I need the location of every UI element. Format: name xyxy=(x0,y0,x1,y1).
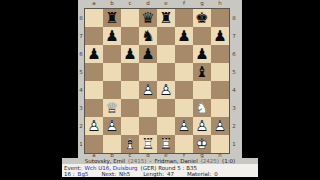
piece-outline: ♙ xyxy=(157,81,175,99)
piece-outline: ♙ xyxy=(85,117,103,135)
file-label-top-c: c xyxy=(121,1,139,7)
file-label-top-e: e xyxy=(157,1,175,7)
rank-label-right-2: 2 xyxy=(231,117,237,135)
info-panel: Sutovsky, Emil (2415) - Fridman, Daniel … xyxy=(62,158,258,177)
square-g7[interactable] xyxy=(193,27,211,45)
square-h8[interactable] xyxy=(211,9,229,27)
piece-outline: ♙ xyxy=(175,117,193,135)
square-a8[interactable] xyxy=(85,9,103,27)
file-label-top-g: g xyxy=(193,1,211,7)
white-player-name: Sutovsky, Emil xyxy=(85,158,125,164)
piece-outline: ♕ xyxy=(103,99,121,117)
piece-black-queen-d8[interactable]: ♛ xyxy=(139,9,157,27)
square-c4[interactable] xyxy=(121,81,139,99)
game-result: (1:0) xyxy=(222,158,235,164)
length-value: 47 xyxy=(167,171,174,177)
piece-outline: ♖ xyxy=(139,135,157,153)
piece-black-pawn-f7[interactable]: ♟ xyxy=(175,27,193,45)
square-c2[interactable] xyxy=(121,117,139,135)
piece-white-bishop-c1[interactable]: ♝♗ xyxy=(121,135,139,153)
square-f5[interactable] xyxy=(175,63,193,81)
rank-label-right-5: 5 xyxy=(231,63,237,81)
file-labels-top: abcdefgh xyxy=(85,1,229,7)
piece-white-pawn-h2[interactable]: ♟♙ xyxy=(211,117,229,135)
square-b1[interactable] xyxy=(103,135,121,153)
piece-white-pawn-f2[interactable]: ♟♙ xyxy=(175,117,193,135)
square-f4[interactable] xyxy=(175,81,193,99)
material-value: 0 xyxy=(214,171,218,177)
piece-black-rook-e8[interactable]: ♜ xyxy=(157,9,175,27)
square-g4[interactable] xyxy=(193,81,211,99)
piece-white-pawn-a2[interactable]: ♟♙ xyxy=(85,117,103,135)
piece-black-pawn-g6[interactable]: ♟ xyxy=(193,45,211,63)
rank-labels-right: 87654321 xyxy=(231,9,237,153)
piece-outline: ♙ xyxy=(193,117,211,135)
piece-outline: ♙ xyxy=(139,81,157,99)
piece-black-king-g8[interactable]: ♚ xyxy=(193,9,211,27)
piece-white-knight-g3[interactable]: ♞♘ xyxy=(193,99,211,117)
rank-label-right-6: 6 xyxy=(231,45,237,63)
square-d5[interactable] xyxy=(139,63,157,81)
video-frame: abcdefgh abcdefgh 87654321 87654321 ♜♛♜♚… xyxy=(0,0,320,180)
file-label-top-a: a xyxy=(85,1,103,7)
rank-label-right-3: 3 xyxy=(231,99,237,117)
square-a4[interactable] xyxy=(85,81,103,99)
square-c8[interactable] xyxy=(121,9,139,27)
square-h4[interactable] xyxy=(211,81,229,99)
file-label-top-d: d xyxy=(139,1,157,7)
black-player-elo: (2425) xyxy=(201,158,219,164)
piece-white-pawn-g2[interactable]: ♟♙ xyxy=(193,117,211,135)
piece-white-queen-b3[interactable]: ♛♕ xyxy=(103,99,121,117)
piece-white-rook-e1[interactable]: ♜♖ xyxy=(157,135,175,153)
square-e6[interactable] xyxy=(157,45,175,63)
square-b4[interactable] xyxy=(103,81,121,99)
piece-white-pawn-d4[interactable]: ♟♙ xyxy=(139,81,157,99)
square-e3[interactable] xyxy=(157,99,175,117)
piece-black-pawn-d6[interactable]: ♟ xyxy=(139,45,157,63)
square-b6[interactable] xyxy=(103,45,121,63)
square-a3[interactable] xyxy=(85,99,103,117)
square-f6[interactable] xyxy=(175,45,193,63)
square-c3[interactable] xyxy=(121,99,139,117)
square-f3[interactable] xyxy=(175,99,193,117)
piece-outline: ♔ xyxy=(193,135,211,153)
next-move: Nh5 xyxy=(119,171,130,177)
square-c5[interactable] xyxy=(121,63,139,81)
black-player-name: Fridman, Daniel xyxy=(154,158,197,164)
square-d2[interactable] xyxy=(139,117,157,135)
piece-outline: ♗ xyxy=(121,135,139,153)
piece-black-pawn-c6[interactable]: ♟ xyxy=(121,45,139,63)
square-a5[interactable] xyxy=(85,63,103,81)
piece-outline: ♙ xyxy=(103,117,121,135)
square-h6[interactable] xyxy=(211,45,229,63)
rank-label-right-1: 1 xyxy=(231,135,237,153)
file-label-top-b: b xyxy=(103,1,121,7)
piece-black-bishop-g5[interactable]: ♝ xyxy=(193,63,211,81)
square-a1[interactable] xyxy=(85,135,103,153)
rank-label-right-7: 7 xyxy=(231,27,237,45)
next-label: Next: xyxy=(101,171,116,177)
square-e5[interactable] xyxy=(157,63,175,81)
square-b5[interactable] xyxy=(103,63,121,81)
square-c7[interactable] xyxy=(121,27,139,45)
square-f8[interactable] xyxy=(175,9,193,27)
piece-white-pawn-e4[interactable]: ♟♙ xyxy=(157,81,175,99)
move-line: 16 : Bg5 Next: Nh5 Length: 47 Material: … xyxy=(64,171,256,177)
piece-black-pawn-h7[interactable]: ♟ xyxy=(211,27,229,45)
piece-black-pawn-b7[interactable]: ♟ xyxy=(103,27,121,45)
rank-label-right-8: 8 xyxy=(231,9,237,27)
square-h3[interactable] xyxy=(211,99,229,117)
players-dash: - xyxy=(149,158,151,164)
piece-black-knight-d7[interactable]: ♞ xyxy=(139,27,157,45)
square-e2[interactable] xyxy=(157,117,175,135)
current-move[interactable]: Bg5 xyxy=(78,171,89,177)
move-number: 16 : xyxy=(64,171,75,177)
piece-outline: ♘ xyxy=(193,99,211,117)
rank-label-right-4: 4 xyxy=(231,81,237,99)
piece-outline: ♙ xyxy=(211,117,229,135)
square-h5[interactable] xyxy=(211,63,229,81)
length-label: Length: xyxy=(143,171,164,177)
piece-black-rook-b8[interactable]: ♜ xyxy=(103,9,121,27)
file-label-top-f: f xyxy=(175,1,193,7)
square-f1[interactable] xyxy=(175,135,193,153)
material-label: Material: xyxy=(187,171,211,177)
chess-board: ♜♛♜♚♟♞♟♟♟♟♟♟♝♟♙♟♙♛♕♞♘♟♙♟♙♟♙♟♙♟♙♝♗♜♖♜♖♚♔ xyxy=(84,8,230,154)
piece-white-king-g1[interactable]: ♚♔ xyxy=(193,135,211,153)
file-label-top-h: h xyxy=(211,1,229,7)
players-line: Sutovsky, Emil (2415) - Fridman, Daniel … xyxy=(62,158,258,164)
piece-black-pawn-a6[interactable]: ♟ xyxy=(85,45,103,63)
square-e7[interactable] xyxy=(157,27,175,45)
white-player-elo: (2415) xyxy=(128,158,146,164)
piece-white-rook-d1[interactable]: ♜♖ xyxy=(139,135,157,153)
piece-outline: ♖ xyxy=(157,135,175,153)
square-a7[interactable] xyxy=(85,27,103,45)
square-d3[interactable] xyxy=(139,99,157,117)
piece-white-pawn-b2[interactable]: ♟♙ xyxy=(103,117,121,135)
square-h1[interactable] xyxy=(211,135,229,153)
